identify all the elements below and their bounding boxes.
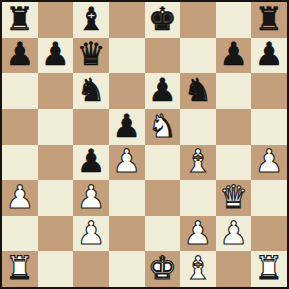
square-b4[interactable] <box>38 145 74 181</box>
white-pawn-f2[interactable]: ♟ <box>184 217 213 249</box>
square-d2[interactable] <box>109 216 145 252</box>
black-pawn-a7[interactable]: ♟ <box>5 38 34 70</box>
square-c7[interactable]: ♛ <box>73 38 109 74</box>
black-pawn-c4[interactable]: ♟ <box>77 145 106 177</box>
square-a4[interactable] <box>2 145 38 181</box>
white-queen-g3[interactable]: ♛ <box>219 181 248 213</box>
square-a7[interactable]: ♟ <box>2 38 38 74</box>
square-d4[interactable]: ♟ <box>109 145 145 181</box>
square-c3[interactable]: ♟ <box>73 180 109 216</box>
square-e1[interactable]: ♚ <box>145 251 181 287</box>
square-f1[interactable]: ♝ <box>180 251 216 287</box>
black-queen-c7[interactable]: ♛ <box>77 38 106 70</box>
white-bishop-f1[interactable]: ♝ <box>184 252 213 284</box>
black-pawn-d5[interactable]: ♟ <box>112 110 141 142</box>
square-g5[interactable] <box>216 109 252 145</box>
square-c5[interactable] <box>73 109 109 145</box>
white-bishop-f4[interactable]: ♝ <box>184 145 213 177</box>
square-b7[interactable]: ♟ <box>38 38 74 74</box>
square-e6[interactable]: ♟ <box>145 73 181 109</box>
square-e8[interactable]: ♚ <box>145 2 181 38</box>
black-pawn-b7[interactable]: ♟ <box>41 38 70 70</box>
square-h8[interactable]: ♜ <box>251 2 287 38</box>
square-e4[interactable] <box>145 145 181 181</box>
square-e5[interactable]: ♞ <box>145 109 181 145</box>
square-b3[interactable] <box>38 180 74 216</box>
square-e3[interactable] <box>145 180 181 216</box>
square-f8[interactable] <box>180 2 216 38</box>
square-g1[interactable] <box>216 251 252 287</box>
square-c4[interactable]: ♟ <box>73 145 109 181</box>
black-knight-c6[interactable]: ♞ <box>77 74 106 106</box>
white-pawn-c3[interactable]: ♟ <box>77 181 106 213</box>
black-bishop-c8[interactable]: ♝ <box>77 3 106 35</box>
black-pawn-g7[interactable]: ♟ <box>219 38 248 70</box>
square-h7[interactable]: ♟ <box>251 38 287 74</box>
square-d7[interactable] <box>109 38 145 74</box>
square-d3[interactable] <box>109 180 145 216</box>
square-g2[interactable]: ♟ <box>216 216 252 252</box>
square-d1[interactable] <box>109 251 145 287</box>
square-g7[interactable]: ♟ <box>216 38 252 74</box>
square-d6[interactable] <box>109 73 145 109</box>
white-knight-e5[interactable]: ♞ <box>148 110 177 142</box>
white-pawn-g2[interactable]: ♟ <box>219 217 248 249</box>
square-b2[interactable] <box>38 216 74 252</box>
square-e2[interactable] <box>145 216 181 252</box>
square-e7[interactable] <box>145 38 181 74</box>
square-h5[interactable] <box>251 109 287 145</box>
white-rook-a1[interactable]: ♜ <box>5 252 34 284</box>
square-c1[interactable] <box>73 251 109 287</box>
square-b6[interactable] <box>38 73 74 109</box>
white-pawn-h4[interactable]: ♟ <box>255 145 284 177</box>
square-f5[interactable] <box>180 109 216 145</box>
square-a2[interactable] <box>2 216 38 252</box>
square-d5[interactable]: ♟ <box>109 109 145 145</box>
square-f3[interactable] <box>180 180 216 216</box>
square-c2[interactable]: ♟ <box>73 216 109 252</box>
chess-board: ♜♝♚♜♟♟♛♟♟♞♟♞♟♞♟♟♝♟♟♟♛♟♟♟♜♚♝♜ <box>0 0 289 289</box>
white-pawn-a3[interactable]: ♟ <box>5 181 34 213</box>
white-pawn-c2[interactable]: ♟ <box>77 217 106 249</box>
black-rook-h8[interactable]: ♜ <box>255 3 284 35</box>
black-pawn-h7[interactable]: ♟ <box>255 38 284 70</box>
square-g8[interactable] <box>216 2 252 38</box>
white-pawn-d4[interactable]: ♟ <box>112 145 141 177</box>
square-h4[interactable]: ♟ <box>251 145 287 181</box>
square-g3[interactable]: ♛ <box>216 180 252 216</box>
square-b1[interactable] <box>38 251 74 287</box>
square-a5[interactable] <box>2 109 38 145</box>
white-rook-h1[interactable]: ♜ <box>255 252 284 284</box>
square-b8[interactable] <box>38 2 74 38</box>
black-pawn-e6[interactable]: ♟ <box>148 74 177 106</box>
square-b5[interactable] <box>38 109 74 145</box>
square-h1[interactable]: ♜ <box>251 251 287 287</box>
square-f6[interactable]: ♞ <box>180 73 216 109</box>
black-king-e8[interactable]: ♚ <box>148 3 177 35</box>
square-g6[interactable] <box>216 73 252 109</box>
square-d8[interactable] <box>109 2 145 38</box>
square-c8[interactable]: ♝ <box>73 2 109 38</box>
square-f4[interactable]: ♝ <box>180 145 216 181</box>
square-f2[interactable]: ♟ <box>180 216 216 252</box>
square-a8[interactable]: ♜ <box>2 2 38 38</box>
black-rook-a8[interactable]: ♜ <box>5 3 34 35</box>
square-c6[interactable]: ♞ <box>73 73 109 109</box>
square-a6[interactable] <box>2 73 38 109</box>
square-h6[interactable] <box>251 73 287 109</box>
square-g4[interactable] <box>216 145 252 181</box>
square-a3[interactable]: ♟ <box>2 180 38 216</box>
square-f7[interactable] <box>180 38 216 74</box>
square-a1[interactable]: ♜ <box>2 251 38 287</box>
square-h2[interactable] <box>251 216 287 252</box>
black-knight-f6[interactable]: ♞ <box>184 74 213 106</box>
square-h3[interactable] <box>251 180 287 216</box>
white-king-e1[interactable]: ♚ <box>148 252 177 284</box>
